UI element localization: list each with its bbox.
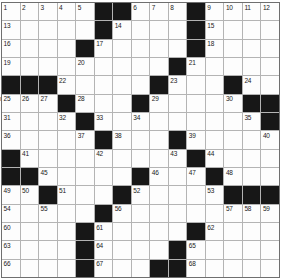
cell-number: 60	[4, 224, 11, 231]
grid-cell[interactable]	[261, 260, 279, 277]
grid-cell[interactable]	[243, 21, 261, 38]
grid-cell[interactable]	[243, 150, 261, 167]
grid-cell[interactable]: 9	[206, 3, 224, 20]
grid-cell[interactable]	[132, 223, 150, 240]
grid-cell[interactable]	[132, 40, 150, 57]
grid-cell[interactable]: 16	[2, 40, 20, 57]
grid-cell[interactable]	[206, 241, 224, 258]
grid-cell[interactable]	[150, 40, 168, 57]
black-cell	[150, 260, 168, 277]
grid-cell[interactable]	[261, 223, 279, 240]
grid-cell[interactable]: 6	[132, 3, 150, 20]
grid-cell[interactable]: 18	[206, 40, 224, 57]
grid-cell[interactable]: 62	[206, 223, 224, 240]
black-cell	[132, 168, 150, 185]
grid-cell[interactable]	[150, 241, 168, 258]
grid-cell[interactable]: 26	[21, 95, 39, 112]
grid-cell[interactable]	[95, 168, 113, 185]
grid-cell[interactable]	[76, 76, 94, 93]
grid-cell[interactable]: 8	[169, 3, 187, 20]
grid-cell[interactable]	[150, 113, 168, 130]
grid-cell[interactable]	[224, 21, 242, 38]
grid-cell[interactable]: 15	[206, 21, 224, 38]
black-cell	[2, 76, 20, 93]
black-cell	[113, 3, 131, 20]
grid-cell[interactable]	[76, 150, 94, 167]
grid-cell[interactable]	[243, 58, 261, 75]
grid-cell[interactable]: 52	[132, 186, 150, 203]
cell-number: 22	[59, 77, 66, 84]
black-cell	[113, 186, 131, 203]
cell-number: 42	[96, 150, 103, 157]
black-cell	[21, 76, 39, 93]
grid-cell[interactable]	[58, 21, 76, 38]
grid-cell[interactable]	[132, 76, 150, 93]
grid-cell[interactable]	[150, 205, 168, 222]
cell-number: 58	[244, 205, 251, 212]
cell-number: 3	[41, 4, 44, 11]
black-cell	[76, 223, 94, 240]
black-cell	[224, 186, 242, 203]
grid-cell[interactable]: 2	[21, 3, 39, 20]
grid-cell[interactable]	[261, 76, 279, 93]
black-cell	[261, 95, 279, 112]
grid-cell[interactable]	[206, 205, 224, 222]
grid-cell[interactable]	[243, 223, 261, 240]
grid-cell[interactable]: 19	[2, 58, 20, 75]
grid-cell[interactable]	[224, 241, 242, 258]
cell-number: 19	[4, 59, 11, 66]
cell-number: 28	[78, 95, 85, 102]
grid-cell[interactable]	[187, 113, 205, 130]
black-cell	[187, 150, 205, 167]
cell-number: 21	[189, 59, 196, 66]
grid-cell[interactable]: 68	[187, 260, 205, 277]
cell-number: 24	[244, 77, 251, 84]
grid-cell[interactable]	[150, 58, 168, 75]
cell-number: 34	[133, 114, 140, 121]
black-cell	[150, 76, 168, 93]
grid-cell[interactable]	[187, 95, 205, 112]
grid-cell[interactable]	[261, 40, 279, 57]
grid-cell[interactable]: 48	[224, 168, 242, 185]
grid-cell[interactable]: 60	[2, 223, 20, 240]
black-cell	[243, 95, 261, 112]
grid-cell[interactable]	[76, 168, 94, 185]
grid-cell[interactable]: 3	[39, 3, 57, 20]
grid-cell[interactable]	[58, 58, 76, 75]
grid-cell[interactable]	[169, 205, 187, 222]
cell-number: 12	[263, 4, 270, 11]
black-cell	[2, 168, 20, 185]
black-cell	[224, 76, 242, 93]
grid-cell[interactable]	[132, 241, 150, 258]
grid-cell[interactable]	[39, 150, 57, 167]
grid-cell[interactable]: 43	[169, 150, 187, 167]
grid-cell[interactable]: 10	[224, 3, 242, 20]
cell-number: 9	[207, 4, 210, 11]
cell-number: 53	[207, 187, 214, 194]
grid-cell[interactable]	[169, 168, 187, 185]
grid-cell[interactable]	[113, 241, 131, 258]
black-cell	[206, 168, 224, 185]
cell-number: 27	[41, 95, 48, 102]
grid-cell[interactable]: 44	[206, 150, 224, 167]
grid-cell[interactable]	[150, 131, 168, 148]
cell-number: 55	[41, 205, 48, 212]
black-cell	[76, 241, 94, 258]
cell-number: 59	[263, 205, 270, 212]
grid-cell[interactable]	[243, 260, 261, 277]
grid-cell[interactable]	[113, 40, 131, 57]
grid-cell[interactable]: 34	[132, 113, 150, 130]
grid-cell[interactable]: 17	[95, 40, 113, 57]
grid-cell[interactable]	[95, 76, 113, 93]
grid-cell[interactable]	[113, 113, 131, 130]
grid-cell[interactable]	[58, 205, 76, 222]
cell-number: 64	[96, 242, 103, 249]
black-cell	[39, 186, 57, 203]
cell-number: 14	[115, 22, 122, 29]
cell-number: 8	[170, 4, 173, 11]
cell-number: 18	[207, 40, 214, 47]
grid-cell[interactable]	[150, 186, 168, 203]
grid-cell[interactable]: 46	[150, 168, 168, 185]
grid-cell[interactable]: 13	[2, 21, 20, 38]
cell-number: 43	[170, 150, 177, 157]
grid-cell[interactable]: 35	[243, 113, 261, 130]
grid-cell[interactable]: 66	[2, 260, 20, 277]
grid-cell[interactable]: 28	[76, 95, 94, 112]
grid-cell[interactable]: 64	[95, 241, 113, 258]
cell-number: 32	[59, 114, 66, 121]
cell-number: 56	[115, 205, 122, 212]
grid-cell[interactable]	[21, 131, 39, 148]
cell-number: 30	[226, 95, 233, 102]
grid-cell[interactable]: 29	[150, 95, 168, 112]
cell-number: 52	[133, 187, 140, 194]
grid-cell[interactable]	[113, 95, 131, 112]
black-cell	[169, 131, 187, 148]
cell-number: 67	[96, 260, 103, 267]
grid-cell[interactable]	[206, 76, 224, 93]
grid-cell[interactable]: 56	[113, 205, 131, 222]
cell-number: 6	[133, 4, 136, 11]
cell-number: 5	[78, 4, 81, 11]
black-cell	[95, 21, 113, 38]
cell-number: 68	[189, 260, 196, 267]
cell-number: 10	[226, 4, 233, 11]
grid-cell[interactable]: 1	[2, 3, 20, 20]
grid-cell[interactable]	[224, 150, 242, 167]
grid-cell[interactable]	[132, 260, 150, 277]
cell-number: 54	[4, 205, 11, 212]
grid-cell[interactable]	[58, 260, 76, 277]
cell-number: 29	[152, 95, 159, 102]
grid-cell[interactable]	[21, 223, 39, 240]
grid-cell[interactable]	[206, 58, 224, 75]
grid-cell[interactable]	[243, 168, 261, 185]
grid-cell[interactable]	[39, 58, 57, 75]
cell-number: 44	[207, 150, 214, 157]
grid-cell[interactable]	[95, 95, 113, 112]
grid-cell[interactable]: 5	[76, 3, 94, 20]
grid-cell[interactable]	[58, 241, 76, 258]
grid-cell[interactable]	[76, 186, 94, 203]
grid-cell[interactable]	[224, 131, 242, 148]
black-cell	[187, 21, 205, 38]
grid-cell[interactable]	[169, 95, 187, 112]
grid-cell[interactable]	[21, 205, 39, 222]
grid-cell[interactable]: 63	[2, 241, 20, 258]
cell-number: 40	[263, 132, 270, 139]
grid-cell[interactable]	[76, 205, 94, 222]
grid-cell[interactable]	[169, 223, 187, 240]
black-cell	[76, 113, 94, 130]
cell-number: 16	[4, 40, 11, 47]
grid-cell[interactable]	[169, 186, 187, 203]
grid-cell[interactable]: 32	[58, 113, 76, 130]
grid-cell[interactable]: 51	[58, 186, 76, 203]
black-cell	[187, 223, 205, 240]
grid-cell[interactable]	[132, 21, 150, 38]
grid-cell[interactable]	[113, 150, 131, 167]
black-cell	[169, 241, 187, 258]
grid-cell[interactable]: 47	[187, 168, 205, 185]
grid-cell[interactable]: 36	[2, 131, 20, 148]
grid-cell[interactable]	[169, 113, 187, 130]
grid-cell[interactable]	[21, 21, 39, 38]
grid-cell[interactable]	[132, 58, 150, 75]
cell-number: 50	[22, 187, 29, 194]
grid-cell[interactable]	[243, 241, 261, 258]
grid-cell[interactable]	[187, 76, 205, 93]
grid-cell[interactable]	[261, 150, 279, 167]
grid-cell[interactable]: 55	[39, 205, 57, 222]
grid-cell[interactable]: 40	[261, 131, 279, 148]
grid-cell[interactable]: 39	[187, 131, 205, 148]
cell-number: 65	[189, 242, 196, 249]
grid-cell[interactable]	[224, 40, 242, 57]
grid-cell[interactable]: 24	[243, 76, 261, 93]
grid-cell[interactable]	[150, 223, 168, 240]
grid-cell[interactable]	[187, 205, 205, 222]
grid-cell[interactable]: 22	[58, 76, 76, 93]
cell-number: 39	[189, 132, 196, 139]
grid-cell[interactable]: 14	[113, 21, 131, 38]
grid-cell[interactable]	[58, 150, 76, 167]
grid-cell[interactable]: 65	[187, 241, 205, 258]
grid-cell[interactable]	[224, 113, 242, 130]
grid-cell[interactable]: 31	[2, 113, 20, 130]
grid-cell[interactable]: 58	[243, 205, 261, 222]
grid-cell[interactable]	[187, 186, 205, 203]
grid-cell[interactable]	[58, 131, 76, 148]
cell-number: 66	[4, 260, 11, 267]
grid-cell[interactable]	[113, 76, 131, 93]
grid-cell[interactable]	[150, 150, 168, 167]
grid-cell[interactable]	[261, 58, 279, 75]
grid-cell[interactable]: 37	[76, 131, 94, 148]
grid-cell[interactable]: 7	[150, 3, 168, 20]
grid-cell[interactable]	[113, 223, 131, 240]
cell-number: 49	[4, 187, 11, 194]
crossword-board: 1234567891011121314151617181920212223242…	[1, 2, 280, 278]
grid-cell[interactable]	[76, 21, 94, 38]
cell-number: 7	[152, 4, 155, 11]
grid-cell[interactable]	[95, 186, 113, 203]
grid-cell[interactable]: 4	[58, 3, 76, 20]
grid-cell[interactable]	[206, 260, 224, 277]
grid-cell[interactable]: 67	[95, 260, 113, 277]
grid-cell[interactable]	[58, 168, 76, 185]
black-cell	[187, 3, 205, 20]
black-cell	[261, 186, 279, 203]
cell-number: 57	[226, 205, 233, 212]
black-cell	[95, 3, 113, 20]
grid-cell[interactable]	[243, 131, 261, 148]
grid-cell[interactable]	[261, 21, 279, 38]
grid-cell[interactable]	[150, 21, 168, 38]
cell-number: 11	[244, 4, 250, 11]
cell-number: 35	[244, 114, 251, 121]
grid-cell[interactable]	[169, 40, 187, 57]
grid-cell[interactable]: 23	[169, 76, 187, 93]
grid-cell[interactable]	[39, 131, 57, 148]
grid-cell[interactable]: 50	[21, 186, 39, 203]
black-cell	[243, 186, 261, 203]
cell-number: 61	[96, 224, 103, 231]
grid-cell[interactable]	[261, 168, 279, 185]
grid-cell[interactable]: 12	[261, 3, 279, 20]
cell-number: 2	[22, 4, 25, 11]
grid-cell[interactable]	[58, 223, 76, 240]
grid-cell[interactable]	[224, 260, 242, 277]
cell-number: 20	[78, 59, 85, 66]
cell-number: 31	[4, 114, 11, 121]
grid-cell[interactable]: 38	[113, 131, 131, 148]
grid-cell[interactable]	[21, 241, 39, 258]
grid-cell[interactable]	[39, 223, 57, 240]
grid-cell[interactable]	[39, 260, 57, 277]
grid-cell[interactable]: 53	[206, 186, 224, 203]
black-cell	[187, 40, 205, 57]
grid-cell[interactable]: 45	[39, 168, 57, 185]
black-cell	[95, 131, 113, 148]
cell-number: 23	[170, 77, 177, 84]
cell-number: 62	[207, 224, 214, 231]
cell-number: 41	[22, 150, 29, 157]
grid-cell[interactable]: 54	[2, 205, 20, 222]
grid-cell[interactable]	[224, 58, 242, 75]
grid-cell[interactable]	[132, 205, 150, 222]
black-cell	[2, 150, 20, 167]
grid-cell[interactable]	[21, 40, 39, 57]
black-cell	[169, 260, 187, 277]
cell-number: 63	[4, 242, 11, 249]
cell-number: 36	[4, 132, 11, 139]
cell-number: 4	[59, 4, 62, 11]
black-cell	[21, 168, 39, 185]
cell-number: 13	[4, 22, 11, 29]
black-cell	[76, 40, 94, 57]
cell-number: 15	[207, 22, 214, 29]
grid-cell[interactable]: 59	[261, 205, 279, 222]
black-cell	[95, 205, 113, 222]
grid-cell[interactable]	[132, 131, 150, 148]
black-cell	[132, 95, 150, 112]
crossword-page: m 12345678910111213141516171819202122232…	[0, 0, 281, 278]
grid-cell[interactable]	[243, 40, 261, 57]
black-cell	[58, 95, 76, 112]
black-cell	[76, 260, 94, 277]
grid-cell[interactable]: 41	[21, 150, 39, 167]
grid-cell[interactable]	[206, 131, 224, 148]
grid-cell[interactable]	[261, 241, 279, 258]
cell-number: 45	[41, 169, 48, 176]
grid-cell[interactable]	[21, 113, 39, 130]
grid-cell[interactable]: 11	[243, 3, 261, 20]
cell-number: 25	[4, 95, 11, 102]
grid-cell[interactable]	[58, 40, 76, 57]
grid-cell[interactable]	[95, 58, 113, 75]
black-cell	[261, 113, 279, 130]
grid-cell[interactable]	[113, 260, 131, 277]
grid-cell[interactable]	[132, 150, 150, 167]
black-cell	[39, 76, 57, 93]
grid-cell[interactable]	[169, 21, 187, 38]
black-cell	[169, 58, 187, 75]
cell-number: 1	[4, 4, 7, 11]
grid-cell[interactable]	[21, 260, 39, 277]
cell-number: 37	[78, 132, 85, 139]
grid-cell[interactable]: 30	[224, 95, 242, 112]
grid-cell[interactable]: 33	[95, 113, 113, 130]
grid-cell[interactable]	[39, 21, 57, 38]
grid-cell[interactable]	[113, 58, 131, 75]
grid-cell[interactable]: 21	[187, 58, 205, 75]
grid-cell[interactable]: 61	[95, 223, 113, 240]
grid-cell[interactable]: 20	[76, 58, 94, 75]
cell-number: 38	[115, 132, 122, 139]
grid-cell[interactable]: 42	[95, 150, 113, 167]
grid-cell[interactable]	[206, 95, 224, 112]
cell-number: 47	[189, 169, 196, 176]
grid-cell[interactable]: 25	[2, 95, 20, 112]
cell-number: 33	[96, 114, 103, 121]
grid-cell[interactable]	[21, 58, 39, 75]
grid-cell[interactable]: 49	[2, 186, 20, 203]
grid-cell[interactable]	[39, 113, 57, 130]
grid-cell[interactable]: 57	[224, 205, 242, 222]
cell-number: 48	[226, 169, 233, 176]
grid-cell[interactable]	[39, 40, 57, 57]
cell-number: 51	[59, 187, 66, 194]
grid-cell[interactable]	[39, 241, 57, 258]
grid-cell[interactable]	[113, 168, 131, 185]
grid-cell[interactable]	[224, 223, 242, 240]
cell-number: 17	[96, 40, 103, 47]
grid-cell[interactable]	[206, 113, 224, 130]
grid-cell[interactable]: 27	[39, 95, 57, 112]
cell-number: 46	[152, 169, 159, 176]
cell-number: 26	[22, 95, 29, 102]
